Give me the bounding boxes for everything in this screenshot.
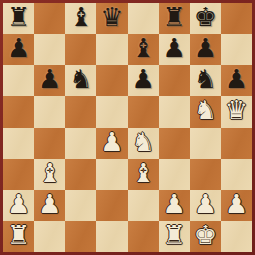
square-f5[interactable] bbox=[159, 96, 190, 127]
square-b7[interactable] bbox=[34, 34, 65, 65]
square-a3[interactable] bbox=[3, 159, 34, 190]
piece-white-rook[interactable]: ♜ bbox=[7, 220, 30, 251]
square-g4[interactable] bbox=[190, 128, 221, 159]
square-f2[interactable]: ♟ bbox=[159, 190, 190, 221]
square-e1[interactable] bbox=[128, 221, 159, 252]
piece-white-pawn[interactable]: ♟ bbox=[225, 189, 248, 220]
piece-white-bishop[interactable]: ♝ bbox=[38, 158, 61, 189]
square-c2[interactable] bbox=[65, 190, 96, 221]
square-e4[interactable]: ♞ bbox=[128, 128, 159, 159]
square-e6[interactable]: ♟ bbox=[128, 65, 159, 96]
piece-white-queen[interactable]: ♛ bbox=[225, 95, 248, 126]
piece-black-queen[interactable]: ♛ bbox=[100, 2, 123, 33]
piece-white-knight[interactable]: ♞ bbox=[131, 127, 154, 158]
square-a1[interactable]: ♜ bbox=[3, 221, 34, 252]
square-e7[interactable]: ♝ bbox=[128, 34, 159, 65]
square-a6[interactable] bbox=[3, 65, 34, 96]
square-a5[interactable] bbox=[3, 96, 34, 127]
square-d6[interactable] bbox=[96, 65, 127, 96]
square-g3[interactable] bbox=[190, 159, 221, 190]
square-c3[interactable] bbox=[65, 159, 96, 190]
square-b5[interactable] bbox=[34, 96, 65, 127]
square-a4[interactable] bbox=[3, 128, 34, 159]
square-b3[interactable]: ♝ bbox=[34, 159, 65, 190]
square-d3[interactable] bbox=[96, 159, 127, 190]
piece-white-pawn[interactable]: ♟ bbox=[38, 189, 61, 220]
piece-black-king[interactable]: ♚ bbox=[194, 2, 217, 33]
piece-white-pawn[interactable]: ♟ bbox=[100, 127, 123, 158]
piece-black-pawn[interactable]: ♟ bbox=[163, 33, 186, 64]
square-f3[interactable] bbox=[159, 159, 190, 190]
square-f4[interactable] bbox=[159, 128, 190, 159]
piece-black-pawn[interactable]: ♟ bbox=[38, 64, 61, 95]
piece-black-pawn[interactable]: ♟ bbox=[225, 64, 248, 95]
square-a7[interactable]: ♟ bbox=[3, 34, 34, 65]
square-b8[interactable] bbox=[34, 3, 65, 34]
square-d2[interactable] bbox=[96, 190, 127, 221]
square-g1[interactable]: ♚ bbox=[190, 221, 221, 252]
square-e5[interactable] bbox=[128, 96, 159, 127]
piece-white-bishop[interactable]: ♝ bbox=[131, 158, 154, 189]
square-d4[interactable]: ♟ bbox=[96, 128, 127, 159]
square-f6[interactable] bbox=[159, 65, 190, 96]
square-f1[interactable]: ♜ bbox=[159, 221, 190, 252]
square-h1[interactable] bbox=[221, 221, 252, 252]
square-f7[interactable]: ♟ bbox=[159, 34, 190, 65]
square-d8[interactable]: ♛ bbox=[96, 3, 127, 34]
square-c1[interactable] bbox=[65, 221, 96, 252]
piece-black-bishop[interactable]: ♝ bbox=[69, 2, 92, 33]
square-f8[interactable]: ♜ bbox=[159, 3, 190, 34]
square-c4[interactable] bbox=[65, 128, 96, 159]
square-b4[interactable] bbox=[34, 128, 65, 159]
square-h3[interactable] bbox=[221, 159, 252, 190]
piece-white-king[interactable]: ♚ bbox=[194, 220, 217, 251]
square-g6[interactable]: ♞ bbox=[190, 65, 221, 96]
square-c6[interactable]: ♞ bbox=[65, 65, 96, 96]
square-h7[interactable] bbox=[221, 34, 252, 65]
piece-black-pawn[interactable]: ♟ bbox=[131, 64, 154, 95]
square-a8[interactable]: ♜ bbox=[3, 3, 34, 34]
piece-black-rook[interactable]: ♜ bbox=[163, 2, 186, 33]
square-a2[interactable]: ♟ bbox=[3, 190, 34, 221]
square-e2[interactable] bbox=[128, 190, 159, 221]
square-e8[interactable] bbox=[128, 3, 159, 34]
square-h5[interactable]: ♛ bbox=[221, 96, 252, 127]
square-g5[interactable]: ♞ bbox=[190, 96, 221, 127]
square-c7[interactable] bbox=[65, 34, 96, 65]
piece-white-pawn[interactable]: ♟ bbox=[163, 189, 186, 220]
square-c8[interactable]: ♝ bbox=[65, 3, 96, 34]
piece-black-knight[interactable]: ♞ bbox=[194, 64, 217, 95]
piece-white-knight[interactable]: ♞ bbox=[194, 95, 217, 126]
square-b6[interactable]: ♟ bbox=[34, 65, 65, 96]
square-d1[interactable] bbox=[96, 221, 127, 252]
square-d5[interactable] bbox=[96, 96, 127, 127]
piece-black-pawn[interactable]: ♟ bbox=[7, 33, 30, 64]
square-e3[interactable]: ♝ bbox=[128, 159, 159, 190]
piece-black-pawn[interactable]: ♟ bbox=[194, 33, 217, 64]
square-b2[interactable]: ♟ bbox=[34, 190, 65, 221]
piece-white-pawn[interactable]: ♟ bbox=[194, 189, 217, 220]
piece-black-knight[interactable]: ♞ bbox=[69, 64, 92, 95]
piece-white-rook[interactable]: ♜ bbox=[163, 220, 186, 251]
square-h4[interactable] bbox=[221, 128, 252, 159]
piece-black-rook[interactable]: ♜ bbox=[7, 2, 30, 33]
square-h6[interactable]: ♟ bbox=[221, 65, 252, 96]
square-c5[interactable] bbox=[65, 96, 96, 127]
piece-white-pawn[interactable]: ♟ bbox=[7, 189, 30, 220]
square-g7[interactable]: ♟ bbox=[190, 34, 221, 65]
square-g2[interactable]: ♟ bbox=[190, 190, 221, 221]
square-d7[interactable] bbox=[96, 34, 127, 65]
piece-black-bishop[interactable]: ♝ bbox=[131, 33, 154, 64]
square-h8[interactable] bbox=[221, 3, 252, 34]
square-b1[interactable] bbox=[34, 221, 65, 252]
board-frame: ♜♝♛♜♚♟♝♟♟♟♞♟♞♟♞♛♟♞♝♝♟♟♟♟♟♜♜♚ bbox=[0, 0, 255, 255]
chess-board: ♜♝♛♜♚♟♝♟♟♟♞♟♞♟♞♛♟♞♝♝♟♟♟♟♟♜♜♚ bbox=[3, 3, 252, 252]
square-g8[interactable]: ♚ bbox=[190, 3, 221, 34]
square-h2[interactable]: ♟ bbox=[221, 190, 252, 221]
